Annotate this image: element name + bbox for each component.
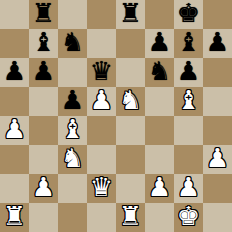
square-b6[interactable]: ♟: [29, 58, 58, 87]
square-a3[interactable]: [0, 145, 29, 174]
square-e6[interactable]: [116, 58, 145, 87]
square-d2[interactable]: ♛: [87, 174, 116, 203]
square-a2[interactable]: [0, 174, 29, 203]
square-a8[interactable]: [0, 0, 29, 29]
black-pawn-h7[interactable]: ♟: [206, 29, 229, 57]
white-bishop-c4[interactable]: ♝: [61, 116, 84, 144]
black-bishop-g7[interactable]: ♝: [177, 29, 200, 57]
square-b1[interactable]: [29, 203, 58, 232]
black-pawn-c5[interactable]: ♟: [61, 87, 84, 115]
black-knight-c7[interactable]: ♞: [61, 29, 84, 57]
black-rook-b8[interactable]: ♜: [32, 0, 55, 28]
square-h7[interactable]: ♟: [203, 29, 232, 58]
square-a6[interactable]: ♟: [0, 58, 29, 87]
black-pawn-b6[interactable]: ♟: [32, 58, 55, 86]
white-knight-e5[interactable]: ♞: [119, 87, 142, 115]
square-c2[interactable]: [58, 174, 87, 203]
square-h3[interactable]: ♟: [203, 145, 232, 174]
black-knight-f6[interactable]: ♞: [148, 58, 171, 86]
square-d7[interactable]: [87, 29, 116, 58]
square-c6[interactable]: [58, 58, 87, 87]
black-queen-d6[interactable]: ♛: [90, 58, 113, 86]
white-king-g1[interactable]: ♚: [177, 203, 200, 231]
square-g6[interactable]: ♟: [174, 58, 203, 87]
white-rook-a1[interactable]: ♜: [3, 203, 26, 231]
square-g4[interactable]: [174, 116, 203, 145]
white-bishop-g5[interactable]: ♝: [177, 87, 200, 115]
square-e5[interactable]: ♞: [116, 87, 145, 116]
square-f7[interactable]: ♟: [145, 29, 174, 58]
square-g7[interactable]: ♝: [174, 29, 203, 58]
white-pawn-f2[interactable]: ♟: [148, 174, 171, 202]
square-b4[interactable]: [29, 116, 58, 145]
square-d1[interactable]: [87, 203, 116, 232]
white-pawn-g2[interactable]: ♟: [177, 174, 200, 202]
square-b5[interactable]: [29, 87, 58, 116]
square-f8[interactable]: [145, 0, 174, 29]
square-a4[interactable]: ♟: [0, 116, 29, 145]
square-e8[interactable]: ♜: [116, 0, 145, 29]
square-d5[interactable]: ♟: [87, 87, 116, 116]
square-b2[interactable]: ♟: [29, 174, 58, 203]
square-h6[interactable]: [203, 58, 232, 87]
square-f2[interactable]: ♟: [145, 174, 174, 203]
black-bishop-b7[interactable]: ♝: [32, 29, 55, 57]
square-h1[interactable]: [203, 203, 232, 232]
square-c1[interactable]: [58, 203, 87, 232]
square-e2[interactable]: [116, 174, 145, 203]
square-f1[interactable]: [145, 203, 174, 232]
black-king-g8[interactable]: ♚: [177, 0, 200, 28]
white-queen-d2[interactable]: ♛: [90, 174, 113, 202]
square-e7[interactable]: [116, 29, 145, 58]
square-d6[interactable]: ♛: [87, 58, 116, 87]
square-a1[interactable]: ♜: [0, 203, 29, 232]
square-d4[interactable]: [87, 116, 116, 145]
square-a7[interactable]: [0, 29, 29, 58]
black-rook-e8[interactable]: ♜: [119, 0, 142, 28]
square-h2[interactable]: [203, 174, 232, 203]
square-c5[interactable]: ♟: [58, 87, 87, 116]
square-f3[interactable]: [145, 145, 174, 174]
square-f6[interactable]: ♞: [145, 58, 174, 87]
square-e4[interactable]: [116, 116, 145, 145]
square-g2[interactable]: ♟: [174, 174, 203, 203]
square-g3[interactable]: [174, 145, 203, 174]
square-c3[interactable]: ♞: [58, 145, 87, 174]
square-h5[interactable]: [203, 87, 232, 116]
square-h8[interactable]: [203, 0, 232, 29]
square-c8[interactable]: [58, 0, 87, 29]
white-pawn-b2[interactable]: ♟: [32, 174, 55, 202]
white-rook-e1[interactable]: ♜: [119, 203, 142, 231]
square-g5[interactable]: ♝: [174, 87, 203, 116]
white-pawn-d5[interactable]: ♟: [90, 87, 113, 115]
square-e3[interactable]: [116, 145, 145, 174]
square-h4[interactable]: [203, 116, 232, 145]
square-g8[interactable]: ♚: [174, 0, 203, 29]
square-b3[interactable]: [29, 145, 58, 174]
square-c4[interactable]: ♝: [58, 116, 87, 145]
chess-board: ♜♜♚♝♞♟♝♟♟♟♛♞♟♟♟♞♝♟♝♞♟♟♛♟♟♜♜♚: [0, 0, 232, 232]
square-f4[interactable]: [145, 116, 174, 145]
square-e1[interactable]: ♜: [116, 203, 145, 232]
black-pawn-a6[interactable]: ♟: [3, 58, 26, 86]
square-f5[interactable]: [145, 87, 174, 116]
white-pawn-a4[interactable]: ♟: [3, 116, 26, 144]
square-b8[interactable]: ♜: [29, 0, 58, 29]
white-pawn-h3[interactable]: ♟: [206, 145, 229, 173]
white-knight-c3[interactable]: ♞: [61, 145, 84, 173]
square-g1[interactable]: ♚: [174, 203, 203, 232]
black-pawn-f7[interactable]: ♟: [148, 29, 171, 57]
square-b7[interactable]: ♝: [29, 29, 58, 58]
square-d3[interactable]: [87, 145, 116, 174]
square-d8[interactable]: [87, 0, 116, 29]
square-a5[interactable]: [0, 87, 29, 116]
square-c7[interactable]: ♞: [58, 29, 87, 58]
black-pawn-g6[interactable]: ♟: [177, 58, 200, 86]
